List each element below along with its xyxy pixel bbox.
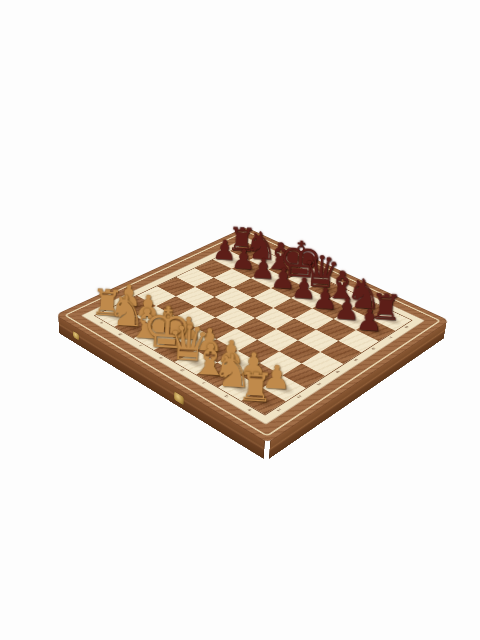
product-photo-stage: ♜♞♝♚♛♝♞♜♟♟♟♟♟♟♟♟♟♟♟♟♟♟♟♟♜♞♝♚♛♝♞♜ hgfedcb…: [0, 0, 480, 640]
brass-hinge: [73, 331, 79, 341]
chess-board: ♜♞♝♚♛♝♞♜♟♟♟♟♟♟♟♟♟♟♟♟♟♟♟♟♜♞♝♚♛♝♞♜ hgfedcb…: [55, 227, 450, 443]
brass-clasp: [174, 392, 184, 406]
